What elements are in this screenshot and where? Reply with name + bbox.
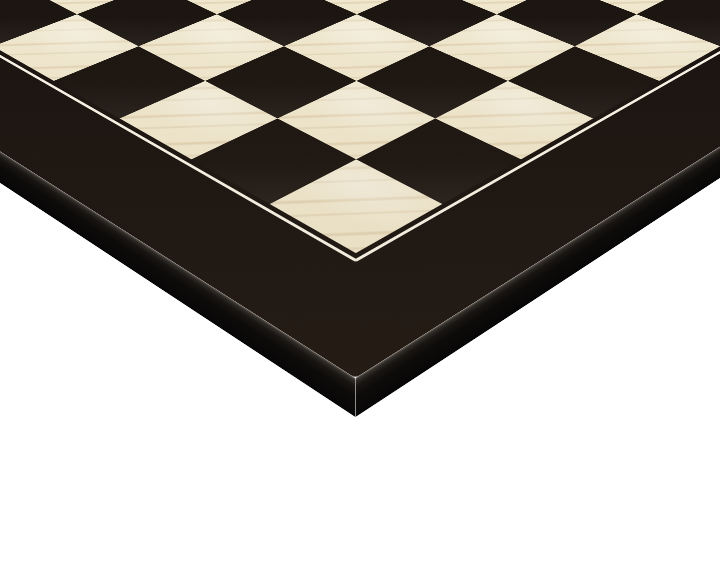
board-square [356, 118, 521, 204]
board-square [424, 0, 559, 14]
board-square [205, 46, 356, 118]
sheen-overlay [0, 0, 720, 378]
board-square [497, 0, 637, 46]
board-square [120, 81, 278, 159]
perspective-wrapper [0, 0, 720, 576]
board-square [637, 0, 720, 46]
board-square [277, 81, 435, 159]
board-square [429, 14, 574, 81]
board-square [694, 0, 720, 14]
product-photo-background [0, 0, 720, 576]
board-square [270, 159, 442, 253]
board-square [54, 46, 205, 118]
board-square [559, 0, 694, 14]
board-square [77, 0, 217, 46]
board-square [20, 0, 155, 14]
board-square [435, 81, 593, 159]
board-square [217, 0, 357, 46]
board-square [0, 14, 139, 81]
board-square [284, 14, 429, 81]
board-square [0, 0, 20, 14]
board-square [191, 118, 356, 204]
board-square [508, 46, 659, 118]
board-square [289, 0, 424, 14]
chess-board [0, 0, 720, 378]
board-square [357, 46, 508, 118]
board-square [139, 14, 284, 81]
board-square [0, 0, 77, 46]
board-square [575, 14, 720, 81]
board-frame [0, 0, 720, 378]
board-square [155, 0, 290, 14]
board-square [357, 0, 497, 46]
